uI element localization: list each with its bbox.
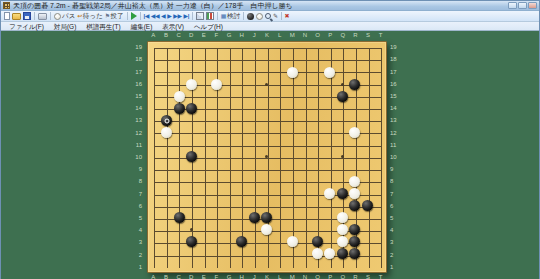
white-stone-M3 xyxy=(287,236,298,247)
close-kifu-button[interactable]: ✖ xyxy=(284,11,291,21)
analyze-button[interactable]: ▦検討 xyxy=(220,11,241,21)
tool-zoom-button[interactable] xyxy=(264,11,272,21)
star-point xyxy=(341,83,344,86)
nav-first-icon: |◀ xyxy=(144,11,149,21)
tool-white-stone-icon xyxy=(256,13,263,20)
row-label-15: 15 xyxy=(390,92,397,99)
coords-top: ABCDEFGHJKLMNOPQRST xyxy=(147,32,387,40)
row-label-11: 11 xyxy=(136,141,142,148)
col-label-Q: Q xyxy=(340,274,345,279)
white-stone-O2 xyxy=(312,248,323,259)
col-label-E: E xyxy=(202,274,206,279)
black-stone-Q2 xyxy=(337,248,348,259)
col-label-K: K xyxy=(265,32,269,39)
tool-white-stone-button[interactable] xyxy=(255,11,264,21)
row-label-4: 4 xyxy=(390,227,393,234)
analyze-icon: ▦ xyxy=(221,11,226,21)
toolbar: パス↩待った⚑投了|◀◀◀◀▶▶▶▶|▦検討✎✖ xyxy=(1,11,539,22)
row-label-18: 18 xyxy=(390,56,397,63)
col-label-S: S xyxy=(366,274,370,279)
territory-count-button[interactable] xyxy=(195,11,205,21)
black-stone-R6 xyxy=(349,200,360,211)
row-label-15: 15 xyxy=(135,92,142,99)
print-button[interactable] xyxy=(37,11,48,21)
col-label-B: B xyxy=(164,32,168,39)
col-label-F: F xyxy=(215,274,219,279)
black-stone-Q15 xyxy=(337,91,348,102)
go-board[interactable] xyxy=(147,41,387,273)
last-move-marker xyxy=(164,118,169,123)
white-stone-P7 xyxy=(324,188,335,199)
toolbar-separator xyxy=(127,12,128,20)
black-stone-C14 xyxy=(174,103,185,114)
nav-last-button[interactable]: ▶| xyxy=(183,11,190,21)
toolbar-separator xyxy=(217,12,218,20)
row-label-7: 7 xyxy=(390,190,393,197)
minimize-button[interactable] xyxy=(508,2,517,9)
pass-icon xyxy=(54,13,61,20)
black-stone-R16 xyxy=(349,79,360,90)
analyze-label: 検討 xyxy=(227,11,240,21)
nav-back-10-button[interactable]: ◀◀ xyxy=(150,11,160,21)
col-label-L: L xyxy=(278,32,281,39)
resign-label: 投了 xyxy=(111,11,124,21)
row-label-16: 16 xyxy=(390,80,397,87)
col-label-H: H xyxy=(240,274,244,279)
start-game-icon xyxy=(131,12,137,20)
col-label-T: T xyxy=(379,32,383,39)
menu-game[interactable]: 対局(G) xyxy=(50,22,80,31)
save-file-icon xyxy=(23,12,31,20)
row-label-7: 7 xyxy=(139,190,142,197)
undo-icon: ↩ xyxy=(77,11,82,21)
white-stone-R7 xyxy=(349,188,360,199)
menu-edit[interactable]: 編集(E) xyxy=(127,22,157,31)
col-label-P: P xyxy=(328,32,332,39)
col-label-T: T xyxy=(379,274,383,279)
maximize-button[interactable] xyxy=(518,2,527,9)
col-label-N: N xyxy=(303,274,307,279)
row-label-2: 2 xyxy=(139,251,142,258)
menu-file[interactable]: ファイル(F) xyxy=(5,22,48,31)
pass-button[interactable]: パス xyxy=(53,11,76,21)
col-label-L: L xyxy=(278,274,281,279)
col-label-R: R xyxy=(353,274,357,279)
row-label-10: 10 xyxy=(135,153,142,160)
title-bar: 天頂の囲碁 7.2m - 碁聖戦第2局／井山裕太（黒）対 一力遼（白）／178手… xyxy=(1,1,539,11)
black-stone-O3 xyxy=(312,236,323,247)
tool-zoom-icon xyxy=(265,13,271,19)
nav-fwd-10-button[interactable]: ▶▶ xyxy=(172,11,182,21)
white-stone-Q5 xyxy=(337,212,348,223)
row-label-18: 18 xyxy=(135,56,142,63)
toolbar-separator xyxy=(281,12,282,20)
board-background: ABCDEFGHJKLMNOPQRST ABCDEFGHJKLMNOPQRST … xyxy=(1,31,539,279)
col-label-N: N xyxy=(303,32,307,39)
territory-count-icon xyxy=(196,12,204,20)
open-file-icon xyxy=(12,13,21,20)
black-stone-C5 xyxy=(174,212,185,223)
save-file-button[interactable] xyxy=(22,11,32,21)
toolbar-separator xyxy=(50,12,51,20)
new-file-icon xyxy=(4,12,10,20)
row-label-11: 11 xyxy=(390,141,396,148)
col-label-C: C xyxy=(176,274,180,279)
col-label-D: D xyxy=(189,274,193,279)
toolbar-separator xyxy=(243,12,244,20)
col-label-C: C xyxy=(176,32,180,39)
col-label-G: G xyxy=(227,32,232,39)
start-game-button[interactable] xyxy=(130,11,138,21)
row-label-3: 3 xyxy=(390,239,393,246)
col-label-B: B xyxy=(164,274,168,279)
menu-bar: ファイル(F)対局(G)棋譜再生(T)編集(E)表示(V)ヘルプ(H) xyxy=(1,22,539,31)
undo-button[interactable]: ↩待った xyxy=(76,11,103,21)
col-label-R: R xyxy=(353,32,357,39)
white-stone-C15 xyxy=(174,91,185,102)
row-label-17: 17 xyxy=(135,68,142,75)
row-label-16: 16 xyxy=(135,80,142,87)
coords-left: 19181716151413121110987654321 xyxy=(127,41,144,273)
col-label-G: G xyxy=(227,274,232,279)
row-label-8: 8 xyxy=(139,178,142,185)
menu-help[interactable]: ヘルプ(H) xyxy=(190,22,227,31)
row-label-12: 12 xyxy=(390,129,397,136)
col-label-D: D xyxy=(189,32,193,39)
row-label-1: 1 xyxy=(390,263,393,270)
white-stone-Q3 xyxy=(337,236,348,247)
col-label-O: O xyxy=(315,274,320,279)
row-label-4: 4 xyxy=(139,227,142,234)
row-label-1: 1 xyxy=(139,263,142,270)
col-label-Q: Q xyxy=(340,32,345,39)
row-label-14: 14 xyxy=(135,105,142,112)
row-label-9: 9 xyxy=(390,166,393,173)
row-label-10: 10 xyxy=(390,153,397,160)
col-label-E: E xyxy=(202,32,206,39)
white-stone-R8 xyxy=(349,176,360,187)
nav-last-icon: ▶| xyxy=(184,11,189,21)
close-button[interactable] xyxy=(528,2,537,9)
row-label-6: 6 xyxy=(139,202,142,209)
col-label-M: M xyxy=(290,32,295,39)
white-stone-Q4 xyxy=(337,224,348,235)
row-label-3: 3 xyxy=(139,239,142,246)
col-label-A: A xyxy=(151,274,155,279)
menu-replay[interactable]: 棋譜再生(T) xyxy=(82,22,124,31)
app-icon xyxy=(3,2,10,9)
toolbar-separator xyxy=(140,12,141,20)
nav-forward-icon: ▶ xyxy=(167,11,171,21)
white-stone-M17 xyxy=(287,67,298,78)
row-label-5: 5 xyxy=(390,215,393,222)
nav-back-10-icon: ◀◀ xyxy=(151,11,159,21)
new-file-button[interactable] xyxy=(3,11,11,21)
row-label-13: 13 xyxy=(390,117,397,124)
row-label-19: 19 xyxy=(135,44,142,51)
black-stone-S6 xyxy=(362,200,373,211)
coords-bottom: ABCDEFGHJKLMNOPQRST xyxy=(147,274,387,279)
nav-back-icon: ◀ xyxy=(161,11,165,21)
coords-right: 19181716151413121110987654321 xyxy=(390,41,407,273)
tool-black-stone-icon xyxy=(247,13,254,20)
col-label-J: J xyxy=(253,32,256,39)
col-label-M: M xyxy=(290,274,295,279)
col-label-J: J xyxy=(253,274,256,279)
black-stone-J5 xyxy=(249,212,260,223)
row-label-17: 17 xyxy=(390,68,397,75)
tool-edit-icon: ✎ xyxy=(273,11,278,21)
col-label-K: K xyxy=(265,274,269,279)
row-label-8: 8 xyxy=(390,178,393,185)
black-stone-Q7 xyxy=(337,188,348,199)
toolbar-separator xyxy=(34,12,35,20)
open-file-button[interactable] xyxy=(11,11,22,21)
pass-label: パス xyxy=(62,11,75,21)
undo-label: 待った xyxy=(83,11,103,21)
col-label-O: O xyxy=(315,32,320,39)
nav-first-button[interactable]: |◀ xyxy=(143,11,150,21)
row-label-6: 6 xyxy=(390,202,393,209)
resign-icon: ⚑ xyxy=(105,11,110,21)
col-label-P: P xyxy=(328,274,332,279)
row-label-9: 9 xyxy=(139,166,142,173)
window-title: 天頂の囲碁 7.2m - 碁聖戦第2局／井山裕太（黒）対 一力遼（白）／178手… xyxy=(13,1,293,11)
win-rate-graph-button[interactable] xyxy=(205,11,215,21)
row-label-14: 14 xyxy=(390,105,397,112)
win-rate-graph-icon xyxy=(206,12,214,20)
tool-black-stone-button[interactable] xyxy=(246,11,255,21)
row-label-13: 13 xyxy=(135,117,142,124)
nav-fwd-10-icon: ▶▶ xyxy=(173,11,181,21)
toolbar-separator xyxy=(192,12,193,20)
row-label-2: 2 xyxy=(390,251,393,258)
col-label-A: A xyxy=(151,32,155,39)
close-kifu-icon: ✖ xyxy=(285,11,290,21)
row-label-19: 19 xyxy=(390,44,397,51)
resign-button[interactable]: ⚑投了 xyxy=(104,11,125,21)
menu-view[interactable]: 表示(V) xyxy=(158,22,188,31)
row-label-12: 12 xyxy=(135,129,142,136)
white-stone-P17 xyxy=(324,67,335,78)
col-label-F: F xyxy=(215,32,219,39)
col-label-H: H xyxy=(240,32,244,39)
app-window: 天頂の囲碁 7.2m - 碁聖戦第2局／井山裕太（黒）対 一力遼（白）／178手… xyxy=(0,0,540,279)
col-label-S: S xyxy=(366,32,370,39)
row-label-5: 5 xyxy=(139,215,142,222)
window-controls xyxy=(508,2,537,9)
print-icon xyxy=(38,13,47,20)
